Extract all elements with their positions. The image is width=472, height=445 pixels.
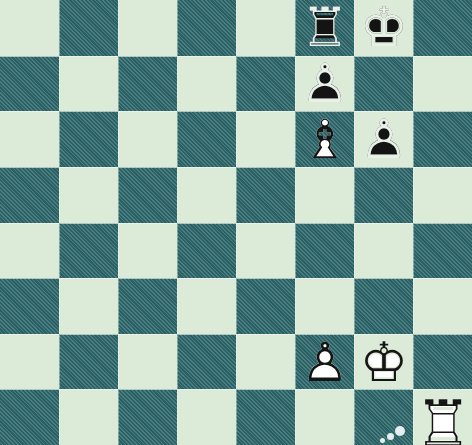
square-g6[interactable]: ♟♙ — [354, 111, 413, 167]
square-f3[interactable] — [295, 278, 354, 334]
piece-black-pawn[interactable]: ♟♙ — [355, 112, 413, 167]
square-e7[interactable] — [236, 56, 295, 112]
square-e5[interactable] — [236, 167, 295, 223]
white-king-outline: ♔ — [355, 335, 413, 390]
square-b5[interactable] — [59, 167, 118, 223]
square-g3[interactable] — [354, 278, 413, 334]
square-g7[interactable] — [354, 56, 413, 112]
square-d8[interactable] — [177, 0, 236, 56]
square-b3[interactable] — [59, 278, 118, 334]
square-c2[interactable] — [118, 334, 177, 390]
square-b8[interactable] — [59, 0, 118, 56]
square-e8[interactable] — [236, 0, 295, 56]
piece-white-pawn[interactable]: ♟♙ — [296, 335, 354, 390]
square-a8[interactable] — [0, 0, 59, 56]
square-d3[interactable] — [177, 278, 236, 334]
square-b2[interactable] — [59, 334, 118, 390]
square-g1[interactable] — [354, 389, 413, 445]
square-f7[interactable]: ♟♙ — [295, 56, 354, 112]
square-d6[interactable] — [177, 111, 236, 167]
square-d5[interactable] — [177, 167, 236, 223]
square-e4[interactable] — [236, 223, 295, 279]
square-h2[interactable] — [413, 334, 472, 390]
piece-black-pawn[interactable]: ♟♙ — [296, 56, 354, 111]
square-e2[interactable] — [236, 334, 295, 390]
square-a2[interactable] — [0, 334, 59, 390]
square-b6[interactable] — [59, 111, 118, 167]
square-a3[interactable] — [0, 278, 59, 334]
piece-black-rook[interactable]: ♜♖ — [296, 0, 354, 55]
square-d4[interactable] — [177, 223, 236, 279]
chess-board: ♜♖♚♔♟♙♝♗♟♙♟♙♚♔♜♖ — [0, 0, 472, 445]
square-a1[interactable] — [0, 389, 59, 445]
square-a4[interactable] — [0, 223, 59, 279]
square-h6[interactable] — [413, 111, 472, 167]
black-rook-outline: ♖ — [296, 0, 354, 55]
white-pawn-outline: ♙ — [296, 335, 354, 390]
square-g5[interactable] — [354, 167, 413, 223]
piece-white-king[interactable]: ♚♔ — [355, 335, 413, 390]
square-e1[interactable] — [236, 389, 295, 445]
square-g8[interactable]: ♚♔ — [354, 0, 413, 56]
square-b4[interactable] — [59, 223, 118, 279]
square-e6[interactable] — [236, 111, 295, 167]
watermark-dot — [387, 433, 394, 440]
square-d2[interactable] — [177, 334, 236, 390]
square-f2[interactable]: ♟♙ — [295, 334, 354, 390]
square-h7[interactable] — [413, 56, 472, 112]
black-pawn-outline: ♙ — [296, 56, 354, 111]
square-f8[interactable]: ♜♖ — [295, 0, 354, 56]
square-c5[interactable] — [118, 167, 177, 223]
square-f1[interactable] — [295, 389, 354, 445]
watermark-dot — [395, 426, 405, 436]
square-f6[interactable]: ♝♗ — [295, 111, 354, 167]
white-rook-outline: ♖ — [414, 397, 472, 445]
white-bishop-outline: ♗ — [296, 112, 354, 167]
square-b1[interactable] — [59, 389, 118, 445]
square-d7[interactable] — [177, 56, 236, 112]
black-king-outline: ♔ — [355, 0, 413, 55]
square-h8[interactable] — [413, 0, 472, 56]
square-h5[interactable] — [413, 167, 472, 223]
black-pawn-outline: ♙ — [355, 112, 413, 167]
watermark-dot — [380, 438, 385, 443]
square-a5[interactable] — [0, 167, 59, 223]
chess-diagram: ♜♖♚♔♟♙♝♗♟♙♟♙♚♔♜♖ — [0, 0, 472, 445]
square-c1[interactable] — [118, 389, 177, 445]
square-c8[interactable] — [118, 0, 177, 56]
square-c6[interactable] — [118, 111, 177, 167]
square-g2[interactable]: ♚♔ — [354, 334, 413, 390]
square-f5[interactable] — [295, 167, 354, 223]
square-f4[interactable] — [295, 223, 354, 279]
square-e3[interactable] — [236, 278, 295, 334]
square-d1[interactable] — [177, 389, 236, 445]
square-c4[interactable] — [118, 223, 177, 279]
square-c3[interactable] — [118, 278, 177, 334]
square-h4[interactable] — [413, 223, 472, 279]
square-a7[interactable] — [0, 56, 59, 112]
piece-white-rook[interactable]: ♜♖ — [414, 397, 472, 445]
square-h1[interactable]: ♜♖ — [413, 389, 472, 445]
square-c7[interactable] — [118, 56, 177, 112]
piece-white-bishop[interactable]: ♝♗ — [296, 112, 354, 167]
square-a6[interactable] — [0, 111, 59, 167]
square-h3[interactable] — [413, 278, 472, 334]
square-g4[interactable] — [354, 223, 413, 279]
piece-black-king[interactable]: ♚♔ — [355, 0, 413, 55]
square-b7[interactable] — [59, 56, 118, 112]
